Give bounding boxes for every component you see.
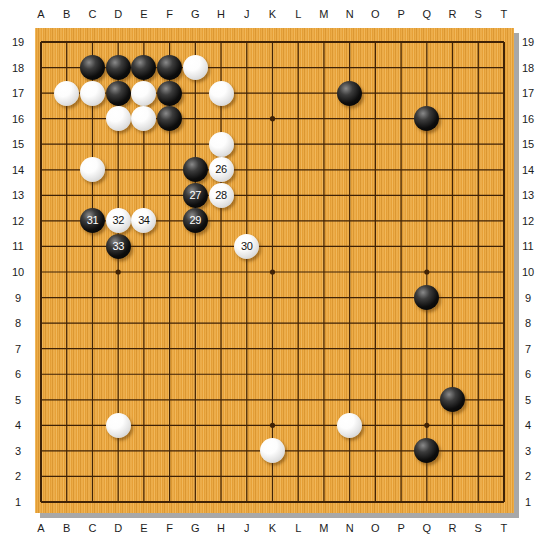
row-label-right: 2: [525, 469, 531, 483]
column-label-bottom: L: [295, 521, 301, 535]
column-label-bottom: C: [88, 521, 96, 535]
column-label-top: T: [501, 7, 508, 21]
column-label-top: H: [217, 7, 225, 21]
column-label-bottom: O: [371, 521, 380, 535]
column-label-top: J: [244, 7, 250, 21]
row-label-left: 7: [15, 342, 21, 356]
row-label-right: 4: [525, 418, 531, 432]
row-label-left: 18: [12, 61, 24, 75]
column-label-top: E: [140, 7, 147, 21]
column-label-bottom: F: [166, 521, 173, 535]
row-label-right: 6: [525, 367, 531, 381]
row-label-left: 1: [15, 495, 21, 509]
row-label-right: 8: [525, 316, 531, 330]
column-label-top: L: [295, 7, 301, 21]
column-label-bottom: K: [269, 521, 276, 535]
row-label-left: 12: [12, 214, 24, 228]
grid-lines: [35, 28, 514, 513]
row-label-left: 3: [15, 444, 21, 458]
star-point: [270, 116, 275, 121]
row-label-right: 9: [525, 291, 531, 305]
row-label-left: 19: [12, 35, 24, 49]
column-label-bottom: G: [191, 521, 200, 535]
go-board: 272931332628303234: [35, 28, 514, 513]
row-label-right: 17: [522, 86, 534, 100]
column-label-top: G: [191, 7, 200, 21]
row-label-left: 16: [12, 112, 24, 126]
column-label-bottom: M: [319, 521, 328, 535]
star-point: [116, 116, 121, 121]
star-point: [116, 269, 121, 274]
column-label-top: D: [114, 7, 122, 21]
column-label-top: P: [397, 7, 404, 21]
row-label-right: 1: [525, 495, 531, 509]
row-label-left: 15: [12, 137, 24, 151]
column-label-top: R: [449, 7, 457, 21]
star-point: [270, 423, 275, 428]
column-label-top: N: [346, 7, 354, 21]
column-label-top: O: [371, 7, 380, 21]
row-label-left: 10: [12, 265, 24, 279]
row-label-right: 14: [522, 163, 534, 177]
row-label-left: 5: [15, 393, 21, 407]
row-label-right: 7: [525, 342, 531, 356]
column-label-bottom: D: [114, 521, 122, 535]
star-point: [424, 423, 429, 428]
row-label-left: 2: [15, 469, 21, 483]
row-label-right: 18: [522, 61, 534, 75]
column-label-bottom: A: [37, 521, 44, 535]
row-label-left: 8: [15, 316, 21, 330]
star-point: [270, 269, 275, 274]
column-label-top: S: [475, 7, 482, 21]
column-label-top: B: [63, 7, 70, 21]
row-label-right: 12: [522, 214, 534, 228]
row-label-right: 10: [522, 265, 534, 279]
column-label-bottom: J: [244, 521, 250, 535]
row-label-right: 3: [525, 444, 531, 458]
row-label-left: 17: [12, 86, 24, 100]
row-label-left: 4: [15, 418, 21, 432]
column-label-bottom: B: [63, 521, 70, 535]
row-label-right: 13: [522, 188, 534, 202]
row-label-right: 19: [522, 35, 534, 49]
column-label-top: A: [37, 7, 44, 21]
column-label-bottom: N: [346, 521, 354, 535]
column-label-bottom: E: [140, 521, 147, 535]
column-label-top: C: [88, 7, 96, 21]
column-label-bottom: P: [397, 521, 404, 535]
row-label-left: 13: [12, 188, 24, 202]
row-label-left: 14: [12, 163, 24, 177]
row-label-right: 16: [522, 112, 534, 126]
column-label-top: F: [166, 7, 173, 21]
column-label-top: K: [269, 7, 276, 21]
column-label-top: M: [319, 7, 328, 21]
column-label-bottom: R: [449, 521, 457, 535]
row-label-left: 6: [15, 367, 21, 381]
column-label-bottom: H: [217, 521, 225, 535]
row-label-right: 11: [522, 239, 533, 253]
star-point: [116, 423, 121, 428]
column-label-top: Q: [423, 7, 432, 21]
row-label-right: 5: [525, 393, 531, 407]
column-label-bottom: T: [501, 521, 508, 535]
row-label-left: 9: [15, 291, 21, 305]
column-label-bottom: Q: [423, 521, 432, 535]
star-point: [424, 269, 429, 274]
row-label-left: 11: [12, 239, 23, 253]
go-diagram-page: ABCDEFGHJKLMNOPQRST ABCDEFGHJKLMNOPQRST …: [0, 0, 550, 550]
row-label-right: 15: [522, 137, 534, 151]
column-label-bottom: S: [475, 521, 482, 535]
star-point: [424, 116, 429, 121]
